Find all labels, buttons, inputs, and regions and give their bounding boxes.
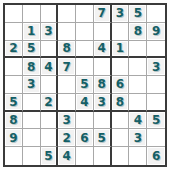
cell-r5c3[interactable]: [41, 76, 59, 94]
cell-r7c9: 5: [147, 112, 165, 130]
cell-r4c7[interactable]: [112, 58, 130, 76]
cell-r7c7[interactable]: [112, 112, 130, 130]
cell-r8c2[interactable]: [23, 129, 41, 147]
cell-r8c1: 9: [5, 129, 23, 147]
cell-r5c1[interactable]: [5, 76, 23, 94]
cell-r1c7: 3: [112, 5, 130, 23]
cell-r2c1[interactable]: [5, 23, 23, 41]
cell-r4c1[interactable]: [5, 58, 23, 76]
cell-r3c4: 8: [58, 41, 76, 59]
cell-r6c5: 4: [76, 94, 94, 112]
cell-r7c8: 4: [129, 112, 147, 130]
cell-r7c2[interactable]: [23, 112, 41, 130]
cell-r6c7: 8: [112, 94, 130, 112]
cell-r1c4[interactable]: [58, 5, 76, 23]
cell-r5c8[interactable]: [129, 76, 147, 94]
cell-r6c4[interactable]: [58, 94, 76, 112]
cell-r9c4: 4: [58, 147, 76, 165]
cell-r8c5: 6: [76, 129, 94, 147]
cell-r2c7[interactable]: [112, 23, 130, 41]
cell-r5c6: 8: [94, 76, 112, 94]
cell-r4c5[interactable]: [76, 58, 94, 76]
cell-r4c6[interactable]: [94, 58, 112, 76]
cell-r2c9: 9: [147, 23, 165, 41]
cell-r5c4[interactable]: [58, 76, 76, 94]
cell-r5c9[interactable]: [147, 76, 165, 94]
cell-r1c2[interactable]: [23, 5, 41, 23]
cell-r5c5: 5: [76, 76, 94, 94]
cell-r3c3[interactable]: [41, 41, 59, 59]
cell-r3c1: 2: [5, 41, 23, 59]
cell-r2c4[interactable]: [58, 23, 76, 41]
cell-r4c8[interactable]: [129, 58, 147, 76]
cell-r6c1: 5: [5, 94, 23, 112]
cell-r6c3: 2: [41, 94, 59, 112]
cell-r6c8[interactable]: [129, 94, 147, 112]
cell-r9c9: 6: [147, 147, 165, 165]
cell-r3c8[interactable]: [129, 41, 147, 59]
cell-r1c6: 7: [94, 5, 112, 23]
cell-r7c6[interactable]: [94, 112, 112, 130]
cell-r3c6: 4: [94, 41, 112, 59]
cell-r4c2: 8: [23, 58, 41, 76]
cell-r6c2[interactable]: [23, 94, 41, 112]
cell-r6c6: 3: [94, 94, 112, 112]
cell-r7c1: 8: [5, 112, 23, 130]
cell-r8c6: 5: [94, 129, 112, 147]
cell-r1c9[interactable]: [147, 5, 165, 23]
cell-r4c3: 4: [41, 58, 59, 76]
cell-r2c8: 8: [129, 23, 147, 41]
cell-r3c5[interactable]: [76, 41, 94, 59]
cell-r5c7: 6: [112, 76, 130, 94]
cell-r9c7[interactable]: [112, 147, 130, 165]
cell-r8c9[interactable]: [147, 129, 165, 147]
cell-r8c3[interactable]: [41, 129, 59, 147]
cell-r6c9[interactable]: [147, 94, 165, 112]
cell-r3c7: 1: [112, 41, 130, 59]
cell-r9c3: 5: [41, 147, 59, 165]
cell-r7c4: 3: [58, 112, 76, 130]
cell-r9c6[interactable]: [94, 147, 112, 165]
cell-r8c8: 3: [129, 129, 147, 147]
cell-r9c8[interactable]: [129, 147, 147, 165]
cell-r5c2: 3: [23, 76, 41, 94]
sudoku-board: 7351389258418473358652438834592653546: [3, 3, 167, 167]
cell-r1c3[interactable]: [41, 5, 59, 23]
cell-r9c2[interactable]: [23, 147, 41, 165]
cell-r7c3[interactable]: [41, 112, 59, 130]
cell-r1c8: 5: [129, 5, 147, 23]
cell-r2c6[interactable]: [94, 23, 112, 41]
cell-r4c9: 3: [147, 58, 165, 76]
cell-r7c5[interactable]: [76, 112, 94, 130]
cell-r1c1[interactable]: [5, 5, 23, 23]
cell-r2c5[interactable]: [76, 23, 94, 41]
cell-r3c2: 5: [23, 41, 41, 59]
cell-r3c9[interactable]: [147, 41, 165, 59]
cell-r9c5[interactable]: [76, 147, 94, 165]
cell-r2c3: 3: [41, 23, 59, 41]
cell-r8c7[interactable]: [112, 129, 130, 147]
cell-r4c4: 7: [58, 58, 76, 76]
cell-r8c4: 2: [58, 129, 76, 147]
cell-r2c2: 1: [23, 23, 41, 41]
cell-r9c1[interactable]: [5, 147, 23, 165]
cell-r1c5[interactable]: [76, 5, 94, 23]
